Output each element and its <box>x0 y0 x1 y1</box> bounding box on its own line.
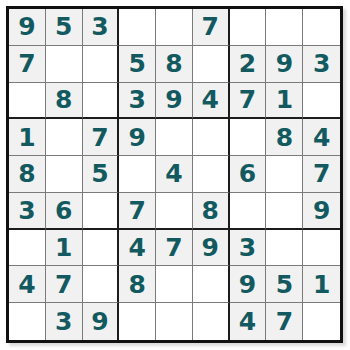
cell-r1c9[interactable] <box>303 9 340 46</box>
given-digit: 3 <box>55 307 72 336</box>
given-digit: 9 <box>129 123 146 152</box>
cell-r8c7: 9 <box>230 266 267 303</box>
given-digit: 1 <box>276 85 293 114</box>
cell-r2c1: 7 <box>9 46 46 83</box>
cell-r8c1: 4 <box>9 266 46 303</box>
cell-r6c1: 3 <box>9 193 46 230</box>
cell-r6c6: 8 <box>193 193 230 230</box>
given-digit: 9 <box>165 85 182 114</box>
given-digit: 5 <box>91 159 108 188</box>
given-digit: 7 <box>55 270 72 299</box>
cell-r3c3[interactable] <box>83 83 120 120</box>
given-digit: 8 <box>276 123 293 152</box>
cell-r1c2: 5 <box>46 9 83 46</box>
given-digit: 8 <box>165 49 182 78</box>
given-digit: 7 <box>202 12 219 41</box>
cell-r5c5: 4 <box>156 156 193 193</box>
cell-r7c5: 7 <box>156 230 193 267</box>
cell-r5c2[interactable] <box>46 156 83 193</box>
cell-r3c9[interactable] <box>303 83 340 120</box>
given-digit: 9 <box>239 270 256 299</box>
cell-r1c6: 7 <box>193 9 230 46</box>
cell-r5c1: 8 <box>9 156 46 193</box>
given-digit: 3 <box>91 12 108 41</box>
given-digit: 4 <box>202 85 219 114</box>
cell-r2c7: 2 <box>230 46 267 83</box>
sudoku-board: 9537758293839471179848546736789147934789… <box>6 6 343 343</box>
given-digit: 3 <box>239 233 256 262</box>
given-digit: 5 <box>276 270 293 299</box>
given-digit: 7 <box>276 307 293 336</box>
cell-r5c9: 7 <box>303 156 340 193</box>
cell-r7c1[interactable] <box>9 230 46 267</box>
cell-r9c1[interactable] <box>9 303 46 340</box>
given-digit: 2 <box>239 49 256 78</box>
given-digit: 9 <box>18 12 35 41</box>
cell-r6c8[interactable] <box>266 193 303 230</box>
cell-r4c9: 4 <box>303 119 340 156</box>
given-digit: 6 <box>55 196 72 225</box>
given-digit: 7 <box>91 123 108 152</box>
given-digit: 4 <box>18 270 35 299</box>
given-digit: 9 <box>202 233 219 262</box>
given-digit: 8 <box>18 159 35 188</box>
cell-r7c8[interactable] <box>266 230 303 267</box>
cell-r7c9[interactable] <box>303 230 340 267</box>
given-digit: 1 <box>18 123 35 152</box>
given-digit: 7 <box>18 49 35 78</box>
given-digit: 9 <box>276 49 293 78</box>
given-digit: 3 <box>313 49 330 78</box>
cell-r9c9[interactable] <box>303 303 340 340</box>
given-digit: 7 <box>239 85 256 114</box>
given-digit: 3 <box>18 196 35 225</box>
cell-r4c1: 1 <box>9 119 46 156</box>
cell-r2c4: 5 <box>119 46 156 83</box>
given-digit: 1 <box>313 270 330 299</box>
given-digit: 5 <box>55 12 72 41</box>
given-digit: 6 <box>239 159 256 188</box>
cell-r7c7: 3 <box>230 230 267 267</box>
cell-r9c4[interactable] <box>119 303 156 340</box>
cell-r2c3[interactable] <box>83 46 120 83</box>
cell-r7c6: 9 <box>193 230 230 267</box>
given-digit: 7 <box>165 233 182 262</box>
cell-r6c5[interactable] <box>156 193 193 230</box>
cell-r4c3: 7 <box>83 119 120 156</box>
cell-r3c5: 9 <box>156 83 193 120</box>
cell-r2c8: 9 <box>266 46 303 83</box>
given-digit: 3 <box>129 85 146 114</box>
cell-r6c7[interactable] <box>230 193 267 230</box>
cell-r4c4: 9 <box>119 119 156 156</box>
cell-r1c5[interactable] <box>156 9 193 46</box>
cell-r8c9: 1 <box>303 266 340 303</box>
cell-r9c5[interactable] <box>156 303 193 340</box>
cell-r3c1[interactable] <box>9 83 46 120</box>
page: 9537758293839471179848546736789147934789… <box>0 0 350 350</box>
cell-r5c4[interactable] <box>119 156 156 193</box>
cell-r5c8[interactable] <box>266 156 303 193</box>
cell-r5c6[interactable] <box>193 156 230 193</box>
cell-r9c7: 4 <box>230 303 267 340</box>
cell-r6c3[interactable] <box>83 193 120 230</box>
given-digit: 8 <box>55 85 72 114</box>
cell-r9c8: 7 <box>266 303 303 340</box>
cell-r9c2: 3 <box>46 303 83 340</box>
cell-r5c7: 6 <box>230 156 267 193</box>
cell-r8c2: 7 <box>46 266 83 303</box>
cell-r1c8[interactable] <box>266 9 303 46</box>
cell-r5c3: 5 <box>83 156 120 193</box>
cell-r3c4: 3 <box>119 83 156 120</box>
cell-r7c3[interactable] <box>83 230 120 267</box>
cell-r4c7[interactable] <box>230 119 267 156</box>
given-digit: 4 <box>239 307 256 336</box>
given-digit: 9 <box>91 307 108 336</box>
cell-r9c6[interactable] <box>193 303 230 340</box>
cell-r4c6[interactable] <box>193 119 230 156</box>
cell-r4c2[interactable] <box>46 119 83 156</box>
given-digit: 7 <box>129 196 146 225</box>
cell-r7c2: 1 <box>46 230 83 267</box>
cell-r3c6: 4 <box>193 83 230 120</box>
cell-r2c5: 8 <box>156 46 193 83</box>
cell-r1c4[interactable] <box>119 9 156 46</box>
cell-r1c3: 3 <box>83 9 120 46</box>
cell-r3c2: 8 <box>46 83 83 120</box>
cell-r4c8: 8 <box>266 119 303 156</box>
cell-r6c9: 9 <box>303 193 340 230</box>
cell-r1c7[interactable] <box>230 9 267 46</box>
cell-r4c5[interactable] <box>156 119 193 156</box>
cell-r1c1: 9 <box>9 9 46 46</box>
cell-r6c4: 7 <box>119 193 156 230</box>
given-digit: 4 <box>165 159 182 188</box>
given-digit: 8 <box>202 196 219 225</box>
cell-r8c5[interactable] <box>156 266 193 303</box>
cell-r8c3[interactable] <box>83 266 120 303</box>
cell-r8c4: 8 <box>119 266 156 303</box>
cell-r9c3: 9 <box>83 303 120 340</box>
cell-r3c8: 1 <box>266 83 303 120</box>
given-digit: 5 <box>129 49 146 78</box>
cell-r8c8: 5 <box>266 266 303 303</box>
cell-r8c6[interactable] <box>193 266 230 303</box>
cell-r2c2[interactable] <box>46 46 83 83</box>
cell-r6c2: 6 <box>46 193 83 230</box>
cell-r3c7: 7 <box>230 83 267 120</box>
cell-r2c9: 3 <box>303 46 340 83</box>
cell-r7c4: 4 <box>119 230 156 267</box>
given-digit: 4 <box>129 233 146 262</box>
given-digit: 1 <box>55 233 72 262</box>
given-digit: 9 <box>313 196 330 225</box>
cell-r2c6[interactable] <box>193 46 230 83</box>
given-digit: 7 <box>313 159 330 188</box>
given-digit: 8 <box>129 270 146 299</box>
given-digit: 4 <box>313 123 330 152</box>
